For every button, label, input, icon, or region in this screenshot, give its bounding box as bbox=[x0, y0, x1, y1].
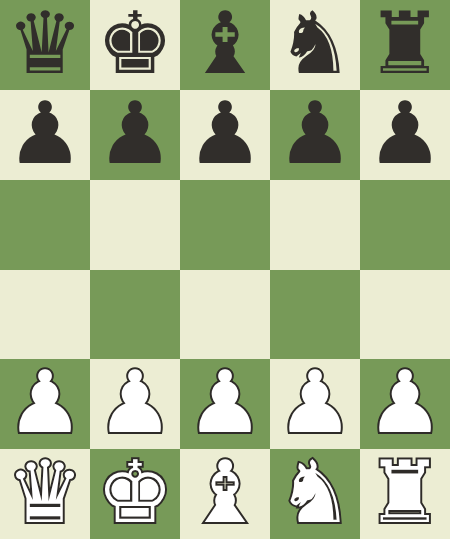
piece-black-pawn: ♟ bbox=[276, 90, 353, 176]
square-f5[interactable] bbox=[180, 270, 270, 360]
piece-white-pawn: ♟ bbox=[366, 359, 443, 445]
square-f2[interactable]: ♟ bbox=[180, 359, 270, 449]
square-h1[interactable]: ♜ bbox=[360, 449, 450, 539]
piece-black-knight: ♞ bbox=[276, 0, 353, 86]
piece-white-pawn: ♟ bbox=[6, 359, 83, 445]
square-d2[interactable]: ♟ bbox=[0, 359, 90, 449]
square-g8[interactable]: ♞ bbox=[270, 0, 360, 90]
square-h5[interactable] bbox=[360, 270, 450, 360]
square-g2[interactable]: ♟ bbox=[270, 359, 360, 449]
square-f8[interactable]: ♝ bbox=[180, 0, 270, 90]
piece-black-pawn: ♟ bbox=[366, 90, 443, 176]
square-e1[interactable]: ♚ bbox=[90, 449, 180, 539]
square-g6[interactable] bbox=[270, 180, 360, 270]
piece-white-pawn: ♟ bbox=[186, 359, 263, 445]
piece-white-knight: ♞ bbox=[276, 449, 353, 535]
square-e2[interactable]: ♟ bbox=[90, 359, 180, 449]
square-d1[interactable]: ♛ bbox=[0, 449, 90, 539]
square-h6[interactable] bbox=[360, 180, 450, 270]
square-d6[interactable] bbox=[0, 180, 90, 270]
piece-black-pawn: ♟ bbox=[186, 90, 263, 176]
square-e7[interactable]: ♟ bbox=[90, 90, 180, 180]
square-h8[interactable]: ♜ bbox=[360, 0, 450, 90]
square-f7[interactable]: ♟ bbox=[180, 90, 270, 180]
square-f6[interactable] bbox=[180, 180, 270, 270]
square-d7[interactable]: ♟ bbox=[0, 90, 90, 180]
piece-black-rook: ♜ bbox=[366, 0, 443, 86]
piece-white-pawn: ♟ bbox=[96, 359, 173, 445]
square-e5[interactable] bbox=[90, 270, 180, 360]
square-d8[interactable]: ♛ bbox=[0, 0, 90, 90]
piece-black-queen: ♛ bbox=[6, 0, 83, 86]
square-f1[interactable]: ♝ bbox=[180, 449, 270, 539]
square-g1[interactable]: ♞ bbox=[270, 449, 360, 539]
square-d5[interactable] bbox=[0, 270, 90, 360]
piece-black-king: ♚ bbox=[96, 0, 173, 86]
square-h7[interactable]: ♟ bbox=[360, 90, 450, 180]
piece-white-king: ♚ bbox=[96, 449, 173, 535]
piece-white-rook: ♜ bbox=[366, 449, 443, 535]
square-e8[interactable]: ♚ bbox=[90, 0, 180, 90]
piece-black-pawn: ♟ bbox=[6, 90, 83, 176]
chess-board: ♛♚♝♞♜♟♟♟♟♟♟♟♟♟♟♛♚♝♞♜ bbox=[0, 0, 450, 539]
square-g5[interactable] bbox=[270, 270, 360, 360]
piece-white-queen: ♛ bbox=[6, 449, 83, 535]
square-g7[interactable]: ♟ bbox=[270, 90, 360, 180]
piece-black-bishop: ♝ bbox=[186, 0, 263, 86]
piece-white-bishop: ♝ bbox=[186, 449, 263, 535]
piece-white-pawn: ♟ bbox=[276, 359, 353, 445]
square-e6[interactable] bbox=[90, 180, 180, 270]
piece-black-pawn: ♟ bbox=[96, 90, 173, 176]
square-h2[interactable]: ♟ bbox=[360, 359, 450, 449]
